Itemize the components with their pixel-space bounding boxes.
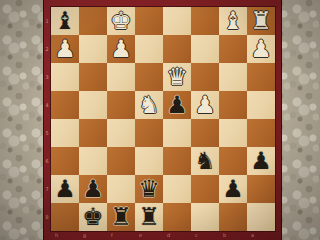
rank-label-3: 3 xyxy=(43,63,51,91)
file-label-e: e xyxy=(135,231,163,240)
square-g2[interactable] xyxy=(79,35,107,63)
rank-label-1: 1 xyxy=(43,7,51,35)
file-label-g: g xyxy=(79,231,107,240)
square-g8[interactable]: ♚ xyxy=(79,203,107,231)
file-label-c: c xyxy=(191,231,219,240)
file-label-f: f xyxy=(107,231,135,240)
square-a7[interactable] xyxy=(247,175,275,203)
square-d1[interactable] xyxy=(163,7,191,35)
square-d6[interactable] xyxy=(163,147,191,175)
square-d5[interactable] xyxy=(163,119,191,147)
piece-black-rook[interactable]: ♜ xyxy=(107,203,135,231)
square-e1[interactable] xyxy=(135,7,163,35)
piece-black-pawn[interactable]: ♟ xyxy=(51,175,79,203)
square-a4[interactable] xyxy=(247,91,275,119)
square-e6[interactable] xyxy=(135,147,163,175)
square-f2[interactable]: ♟ xyxy=(107,35,135,63)
piece-black-pawn[interactable]: ♟ xyxy=(219,175,247,203)
square-c7[interactable] xyxy=(191,175,219,203)
square-h4[interactable] xyxy=(51,91,79,119)
square-h3[interactable] xyxy=(51,63,79,91)
piece-white-knight[interactable]: ♞ xyxy=(135,91,163,119)
piece-black-king[interactable]: ♚ xyxy=(79,203,107,231)
square-f6[interactable] xyxy=(107,147,135,175)
square-d3[interactable]: ♛ xyxy=(163,63,191,91)
square-b6[interactable] xyxy=(219,147,247,175)
rank-label-5: 5 xyxy=(43,119,51,147)
square-f8[interactable]: ♜ xyxy=(107,203,135,231)
square-d4[interactable]: ♟ xyxy=(163,91,191,119)
piece-white-king[interactable]: ♚ xyxy=(107,7,135,35)
piece-black-pawn[interactable]: ♟ xyxy=(247,147,275,175)
square-h8[interactable] xyxy=(51,203,79,231)
square-d7[interactable] xyxy=(163,175,191,203)
rank-label-6: 6 xyxy=(43,147,51,175)
square-a3[interactable] xyxy=(247,63,275,91)
square-f3[interactable] xyxy=(107,63,135,91)
file-label-d: d xyxy=(163,231,191,240)
square-h6[interactable] xyxy=(51,147,79,175)
square-g4[interactable] xyxy=(79,91,107,119)
square-a8[interactable] xyxy=(247,203,275,231)
board-frame: ♝♚♝♜♟♟♟♛♞♟♟♞♟♟♟♛♟♚♜♜ 12345678 hgfedcba xyxy=(43,0,282,240)
square-e7[interactable]: ♛ xyxy=(135,175,163,203)
piece-black-pawn[interactable]: ♟ xyxy=(79,175,107,203)
square-h1[interactable]: ♝ xyxy=(51,7,79,35)
square-b4[interactable] xyxy=(219,91,247,119)
chess-board: ♝♚♝♜♟♟♟♛♞♟♟♞♟♟♟♛♟♚♜♜ xyxy=(51,7,275,231)
square-g7[interactable]: ♟ xyxy=(79,175,107,203)
square-e5[interactable] xyxy=(135,119,163,147)
square-g3[interactable] xyxy=(79,63,107,91)
square-f7[interactable] xyxy=(107,175,135,203)
file-label-b: b xyxy=(219,231,247,240)
square-g1[interactable] xyxy=(79,7,107,35)
square-a2[interactable]: ♟ xyxy=(247,35,275,63)
square-b5[interactable] xyxy=(219,119,247,147)
square-h5[interactable] xyxy=(51,119,79,147)
square-f5[interactable] xyxy=(107,119,135,147)
rank-label-7: 7 xyxy=(43,175,51,203)
piece-white-bishop[interactable]: ♝ xyxy=(219,7,247,35)
square-g6[interactable] xyxy=(79,147,107,175)
square-a5[interactable] xyxy=(247,119,275,147)
piece-white-queen[interactable]: ♛ xyxy=(163,63,191,91)
square-c1[interactable] xyxy=(191,7,219,35)
piece-white-pawn[interactable]: ♟ xyxy=(191,91,219,119)
piece-black-queen[interactable]: ♛ xyxy=(135,175,163,203)
piece-black-pawn[interactable]: ♟ xyxy=(163,91,191,119)
square-b2[interactable] xyxy=(219,35,247,63)
rank-label-2: 2 xyxy=(43,35,51,63)
square-d2[interactable] xyxy=(163,35,191,63)
square-f1[interactable]: ♚ xyxy=(107,7,135,35)
square-b7[interactable]: ♟ xyxy=(219,175,247,203)
square-d8[interactable] xyxy=(163,203,191,231)
square-a6[interactable]: ♟ xyxy=(247,147,275,175)
square-a1[interactable]: ♜ xyxy=(247,7,275,35)
square-h7[interactable]: ♟ xyxy=(51,175,79,203)
piece-white-pawn[interactable]: ♟ xyxy=(247,35,275,63)
square-c3[interactable] xyxy=(191,63,219,91)
piece-white-rook[interactable]: ♜ xyxy=(247,7,275,35)
square-b3[interactable] xyxy=(219,63,247,91)
square-c4[interactable]: ♟ xyxy=(191,91,219,119)
square-g5[interactable] xyxy=(79,119,107,147)
piece-black-rook[interactable]: ♜ xyxy=(135,203,163,231)
piece-white-pawn[interactable]: ♟ xyxy=(107,35,135,63)
square-e4[interactable]: ♞ xyxy=(135,91,163,119)
square-b8[interactable] xyxy=(219,203,247,231)
piece-black-bishop[interactable]: ♝ xyxy=(51,7,79,35)
square-c6[interactable]: ♞ xyxy=(191,147,219,175)
file-label-h: h xyxy=(51,231,79,240)
video-frame: ♝♚♝♜♟♟♟♛♞♟♟♞♟♟♟♛♟♚♜♜ 12345678 hgfedcba xyxy=(0,0,320,240)
piece-white-pawn[interactable]: ♟ xyxy=(51,35,79,63)
square-e2[interactable] xyxy=(135,35,163,63)
rank-label-8: 8 xyxy=(43,203,51,231)
rank-label-4: 4 xyxy=(43,91,51,119)
square-h2[interactable]: ♟ xyxy=(51,35,79,63)
square-c2[interactable] xyxy=(191,35,219,63)
file-label-a: a xyxy=(247,231,275,240)
square-e3[interactable] xyxy=(135,63,163,91)
square-f4[interactable] xyxy=(107,91,135,119)
square-b1[interactable]: ♝ xyxy=(219,7,247,35)
square-e8[interactable]: ♜ xyxy=(135,203,163,231)
piece-black-knight[interactable]: ♞ xyxy=(191,147,219,175)
square-c5[interactable] xyxy=(191,119,219,147)
square-c8[interactable] xyxy=(191,203,219,231)
